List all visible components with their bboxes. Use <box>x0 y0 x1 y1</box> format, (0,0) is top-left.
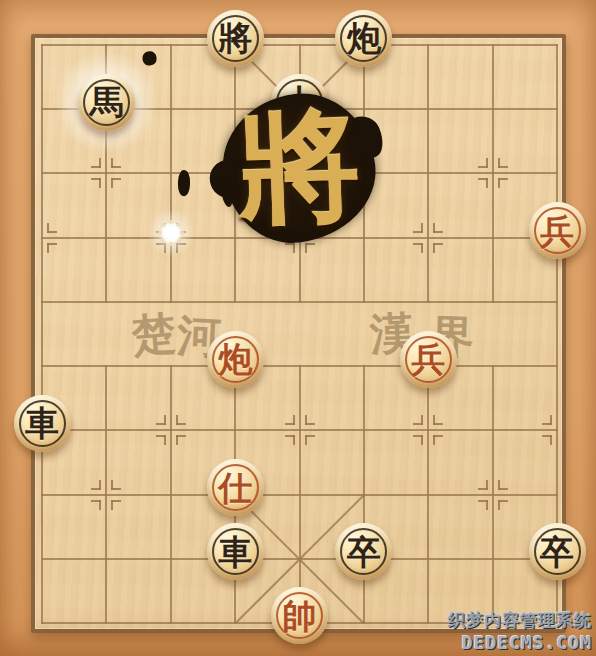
point-marker <box>293 223 295 233</box>
point-marker <box>421 243 423 253</box>
point-marker <box>486 480 488 490</box>
point-marker <box>111 158 113 168</box>
point-marker <box>99 158 101 168</box>
grid-line <box>41 44 43 624</box>
point-marker <box>433 435 435 445</box>
point-marker <box>99 178 101 188</box>
grid-line <box>427 44 429 303</box>
piece-red-advisor[interactable]: 仕 <box>207 459 264 516</box>
point-marker <box>47 243 49 253</box>
xiangqi-board[interactable]: 楚 河 漢 界 將炮馬士兵炮兵車仕車卒卒帥 將 织梦内容管理系统 DEDECMS… <box>0 0 596 656</box>
piece-black-chariot-1[interactable]: 車 <box>14 395 71 452</box>
point-marker <box>421 223 423 233</box>
point-marker <box>305 243 307 253</box>
grid-line <box>105 365 107 624</box>
piece-black-soldier-1[interactable]: 卒 <box>335 523 392 580</box>
grid-line <box>170 365 172 624</box>
piece-black-chariot-2[interactable]: 車 <box>207 523 264 580</box>
piece-red-soldier-1[interactable]: 兵 <box>529 202 586 259</box>
point-marker <box>47 223 49 233</box>
point-marker <box>293 243 295 253</box>
point-marker <box>498 480 500 490</box>
piece-black-soldier-2[interactable]: 卒 <box>529 523 586 580</box>
point-marker <box>486 500 488 510</box>
point-marker <box>164 435 166 445</box>
grid-line <box>492 365 494 624</box>
point-marker <box>421 435 423 445</box>
point-marker <box>498 500 500 510</box>
grid-line <box>492 44 494 303</box>
point-marker <box>176 223 178 233</box>
point-marker <box>164 243 166 253</box>
point-marker <box>421 415 423 425</box>
point-marker <box>164 415 166 425</box>
point-marker <box>293 415 295 425</box>
piece-black-general[interactable]: 將 <box>207 10 264 67</box>
piece-black-cannon[interactable]: 炮 <box>335 10 392 67</box>
grid-line <box>299 365 301 624</box>
point-marker <box>433 223 435 233</box>
point-marker <box>111 178 113 188</box>
point-marker <box>111 480 113 490</box>
point-marker <box>99 500 101 510</box>
point-marker <box>293 435 295 445</box>
point-marker <box>305 223 307 233</box>
piece-black-horse[interactable]: 馬 <box>78 74 135 131</box>
piece-red-cannon[interactable]: 炮 <box>207 331 264 388</box>
point-marker <box>433 243 435 253</box>
point-marker <box>486 178 488 188</box>
point-marker <box>550 415 552 425</box>
point-marker <box>164 223 166 233</box>
point-marker <box>433 415 435 425</box>
piece-red-general[interactable]: 帥 <box>271 587 328 644</box>
piece-black-advisor[interactable]: 士 <box>271 74 328 131</box>
point-marker <box>176 243 178 253</box>
point-marker <box>486 158 488 168</box>
point-marker <box>305 415 307 425</box>
point-marker <box>550 435 552 445</box>
piece-red-soldier-2[interactable]: 兵 <box>400 331 457 388</box>
point-marker <box>305 435 307 445</box>
grid-line <box>170 44 172 303</box>
point-marker <box>176 415 178 425</box>
point-marker <box>498 158 500 168</box>
point-marker <box>498 178 500 188</box>
grid-line <box>427 365 429 624</box>
point-marker <box>99 480 101 490</box>
point-marker <box>176 435 178 445</box>
point-marker <box>111 500 113 510</box>
